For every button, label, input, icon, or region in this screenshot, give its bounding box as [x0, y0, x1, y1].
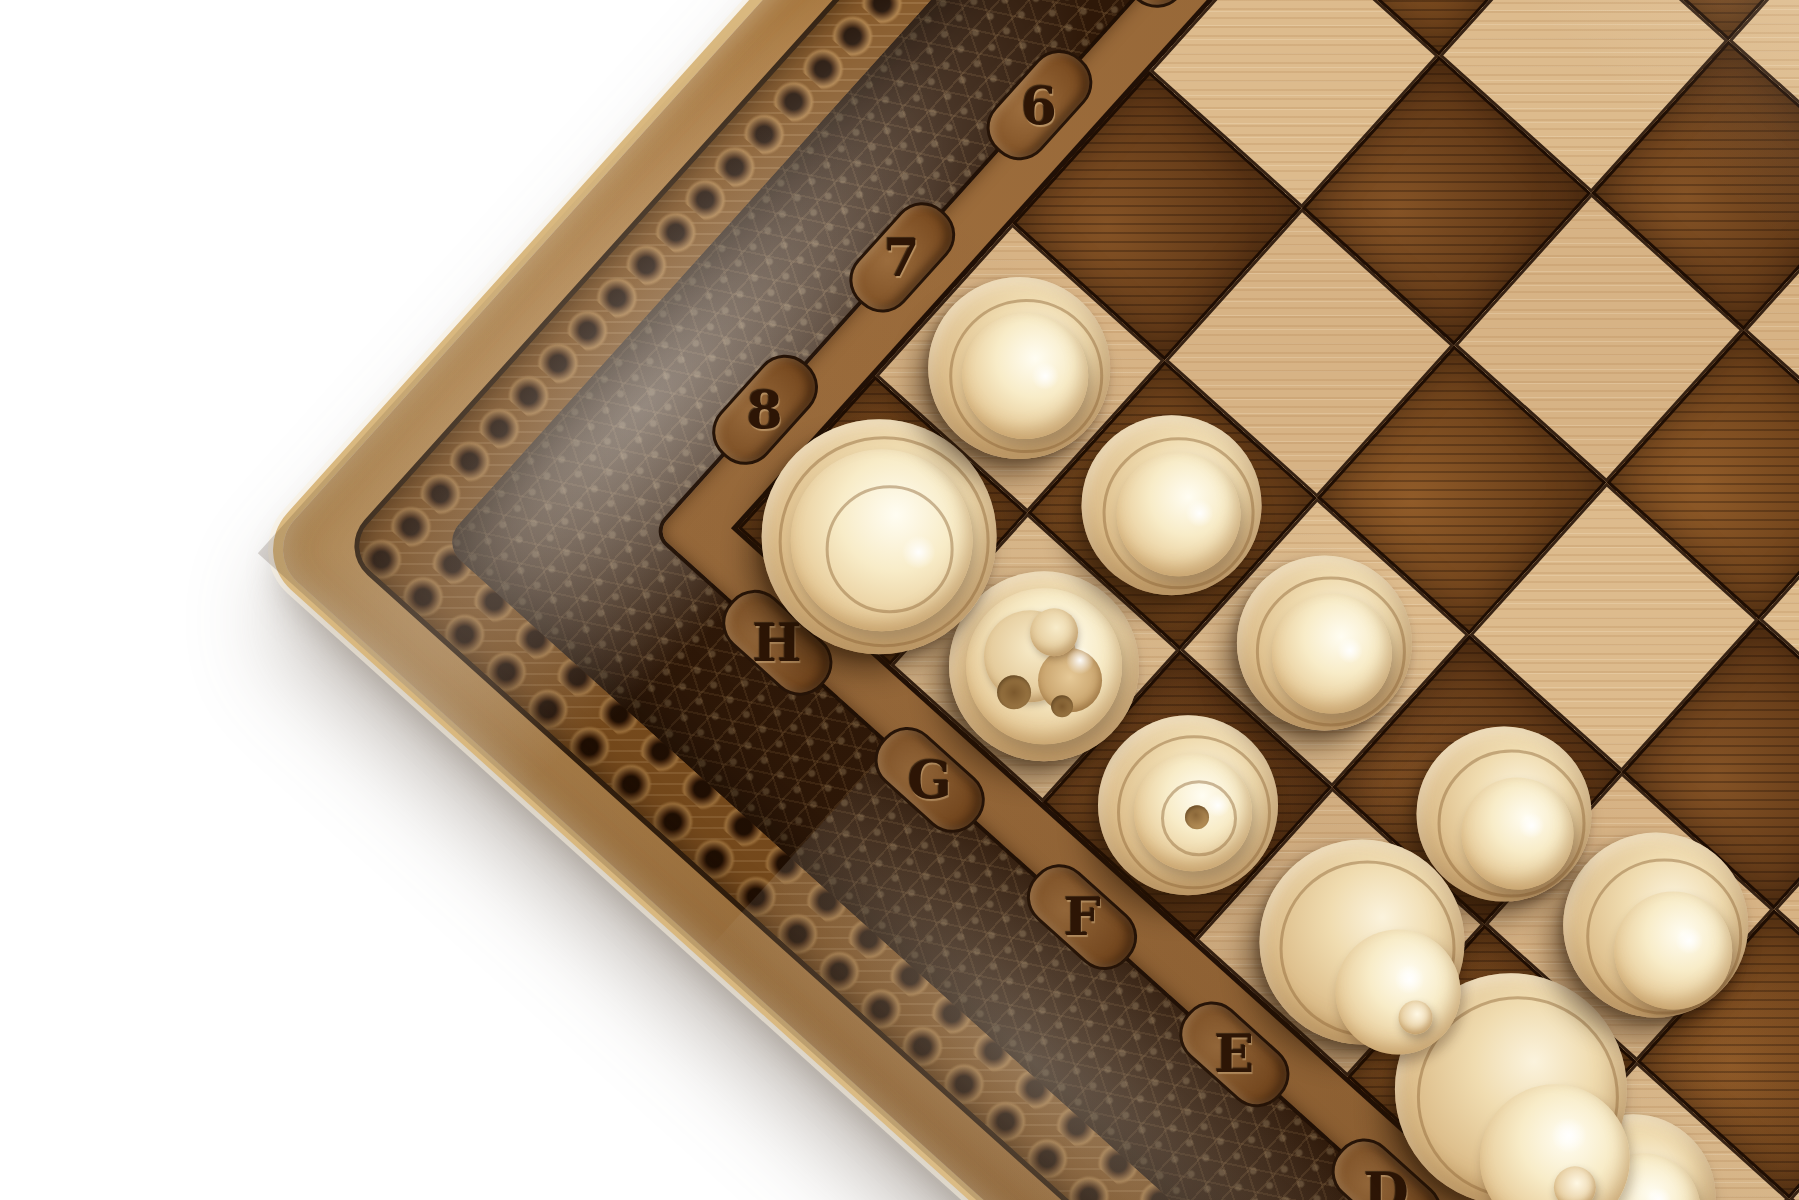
glare-shape [1066, 646, 1094, 674]
ball-shape [1462, 778, 1574, 890]
glare-shape [1031, 362, 1059, 390]
tip-shape [1399, 1000, 1433, 1034]
label-glyph: 7 [884, 232, 920, 284]
glare-shape [1519, 813, 1545, 839]
ball-shape [1335, 929, 1460, 1054]
glare-shape [1186, 499, 1214, 527]
label-glyph: G [907, 754, 951, 806]
dot-shape [1185, 805, 1209, 829]
label-glyph: D [1364, 1165, 1409, 1200]
ball-shape [1614, 892, 1732, 1010]
glare-shape [902, 535, 936, 569]
photo-scene: 87654321HGFEDCBA [0, 0, 1799, 1200]
glare-shape [1551, 1117, 1587, 1153]
label-glyph: H [752, 616, 801, 668]
label-glyph: E [1214, 1028, 1254, 1080]
crev-shape [997, 675, 1031, 709]
ball-shape [1117, 452, 1241, 576]
label-glyph: F [1063, 891, 1100, 943]
glare-shape [1206, 793, 1230, 817]
label-glyph: 6 [1021, 79, 1057, 131]
ball-shape [1272, 593, 1392, 713]
glare-shape [1337, 637, 1363, 663]
label-glyph: 8 [747, 384, 783, 436]
glare-shape [1395, 964, 1425, 994]
ball-shape [962, 313, 1088, 439]
crev-shape [1051, 695, 1073, 717]
glare-shape [1675, 927, 1703, 955]
tip-shape [1554, 1166, 1596, 1200]
